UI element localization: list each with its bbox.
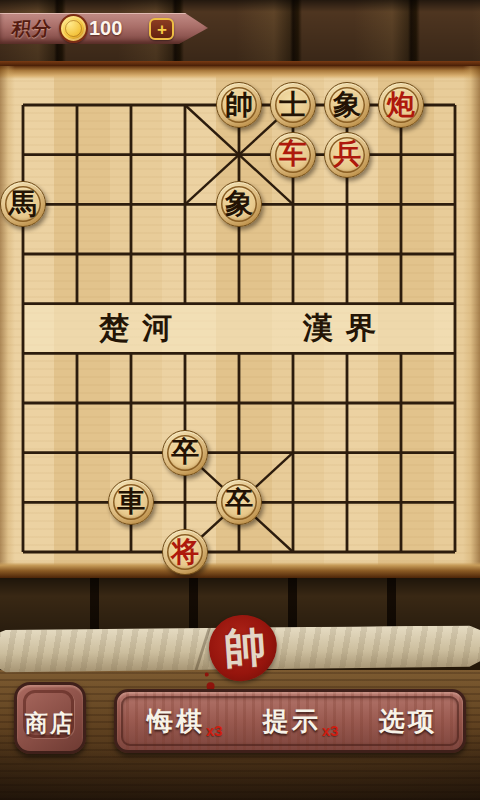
piece-black-horse[interactable]: 馬 — [0, 181, 46, 227]
seal-character: 帥 — [222, 618, 268, 677]
piece-glyph: 車 — [109, 480, 153, 524]
piece-black-king[interactable]: 帥 — [216, 82, 262, 128]
piece-red-chariot[interactable]: 车 — [270, 132, 316, 178]
piece-glyph: 将 — [163, 530, 207, 574]
piece-black-advisor[interactable]: 士 — [270, 82, 316, 128]
xiangqi-board[interactable]: 楚河 漢界 帥士象炮车兵馬象卒車卒将 — [0, 66, 480, 578]
piece-black-elephant[interactable]: 象 — [324, 82, 370, 128]
piece-glyph: 车 — [271, 133, 315, 177]
piece-glyph: 馬 — [1, 182, 45, 226]
shop-button[interactable]: 商店 — [14, 682, 86, 754]
piece-glyph: 炮 — [379, 83, 423, 127]
piece-glyph: 帥 — [217, 83, 261, 127]
piece-red-soldier[interactable]: 兵 — [324, 132, 370, 178]
score-ribbon: 积分 100 + — [0, 13, 208, 44]
piece-glyph: 卒 — [217, 480, 261, 524]
piece-glyph: 象 — [325, 83, 369, 127]
hint-button[interactable]: 提示 x3 — [263, 704, 339, 739]
coin-icon — [59, 14, 88, 43]
add-coins-button[interactable]: + — [149, 18, 174, 40]
piece-black-elephant[interactable]: 象 — [216, 181, 262, 227]
piece-glyph: 卒 — [163, 431, 207, 475]
score-value: 100 — [89, 17, 122, 40]
options-button-label: 选项 — [379, 704, 437, 739]
score-label: 积分 — [11, 16, 54, 42]
piece-black-soldier[interactable]: 卒 — [216, 479, 262, 525]
board-bevel-bottom — [0, 562, 480, 578]
river-label-left: 楚河 — [99, 308, 185, 349]
undo-button[interactable]: 悔棋 x3 — [147, 704, 223, 739]
undo-button-label: 悔棋 — [147, 704, 205, 739]
bottom-toolbar: 悔棋 x3 提示 x3 选项 — [114, 689, 466, 753]
undo-count-badge: x3 — [206, 722, 223, 739]
shop-button-label: 商店 — [25, 708, 75, 739]
river-label-right: 漢界 — [303, 308, 389, 349]
options-button[interactable]: 选项 — [379, 704, 437, 739]
hint-count-badge: x3 — [322, 722, 339, 739]
piece-red-king[interactable]: 将 — [162, 529, 208, 575]
piece-glyph: 兵 — [325, 133, 369, 177]
piece-black-soldier[interactable]: 卒 — [162, 430, 208, 476]
piece-black-chariot[interactable]: 車 — [108, 479, 154, 525]
piece-glyph: 士 — [271, 83, 315, 127]
xiangqi-game-screen: 积分 100 + 楚河 漢界 帥士象炮车兵馬象卒車卒将 帥 商店 悔棋 x3 提… — [0, 0, 480, 800]
hint-button-label: 提示 — [263, 704, 321, 739]
piece-red-cannon[interactable]: 炮 — [378, 82, 424, 128]
piece-glyph: 象 — [217, 182, 261, 226]
